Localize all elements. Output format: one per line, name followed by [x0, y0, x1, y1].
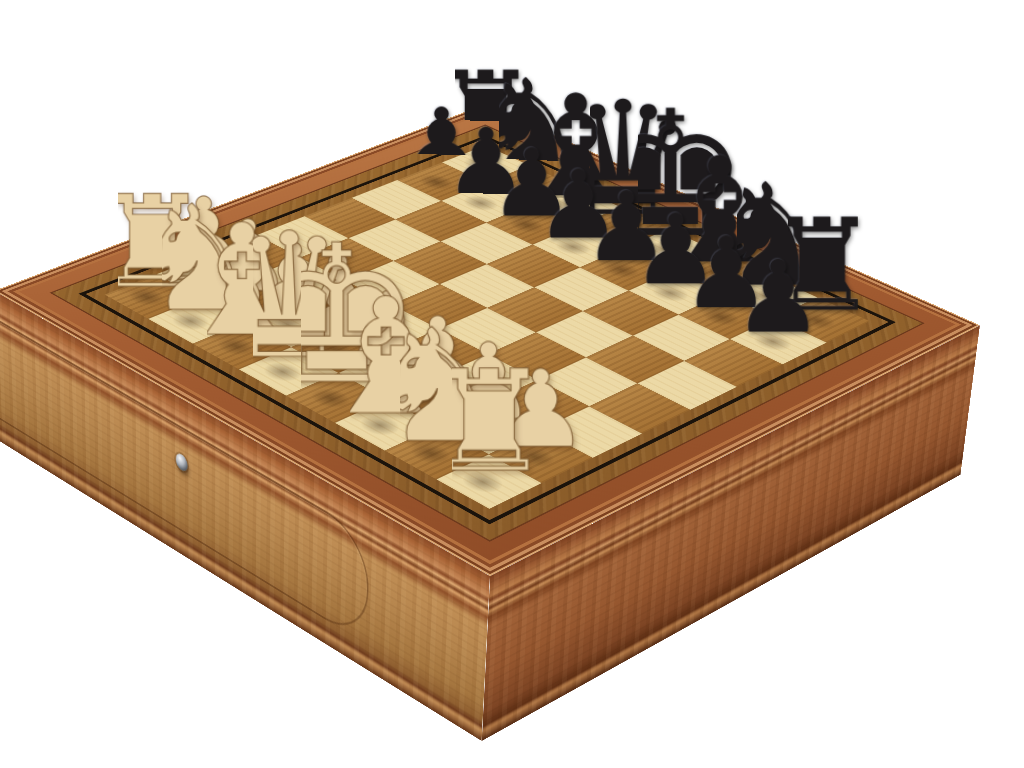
chess-piece-glyph: ♜ [426, 362, 552, 481]
piece-bP-h7[interactable]: ♟ [744, 112, 813, 341]
product-photo-stage: ♜♞♝♛♚♝♞♜♟♟♟♟♟♟♟♟♟♟♟♟♟♟♟♟♜♞♝♛♚♝♞♜ [0, 0, 1024, 768]
chess-piece-glyph: ♟ [734, 256, 823, 341]
chess-case: ♜♞♝♛♚♝♞♜♟♟♟♟♟♟♟♟♟♟♟♟♟♟♟♟♜♞♝♛♚♝♞♜ [0, 241, 961, 741]
piece-wR-h1[interactable]: ♜ [452, 233, 527, 482]
